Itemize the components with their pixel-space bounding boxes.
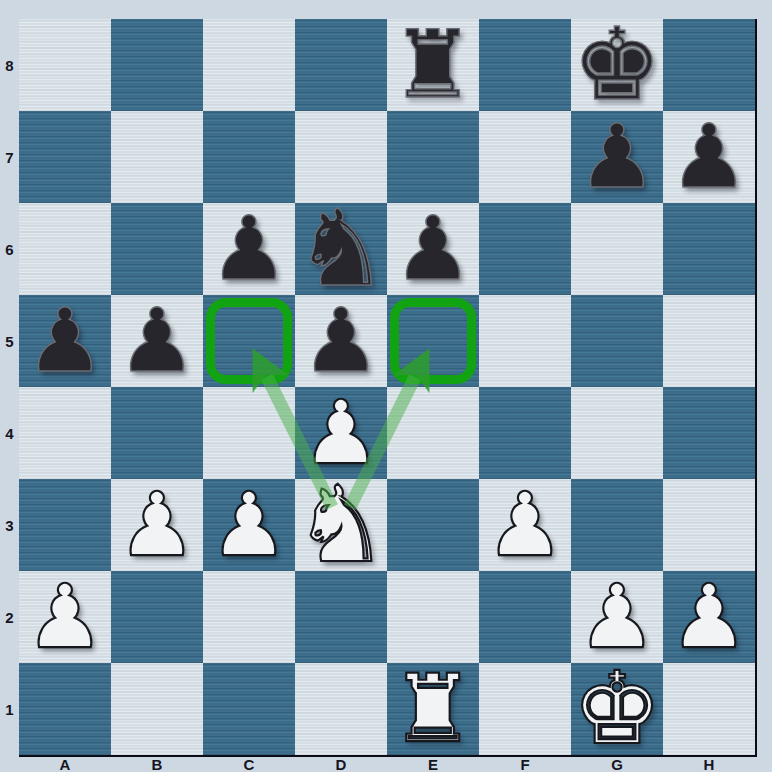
square-h6[interactable] [663, 203, 755, 295]
square-f1[interactable] [479, 663, 571, 755]
square-h7[interactable]: ♟ [663, 111, 755, 203]
square-d6[interactable]: ♞ [295, 203, 387, 295]
rank-label-8: 8 [0, 19, 19, 111]
square-f2[interactable] [479, 571, 571, 663]
square-b6[interactable] [111, 203, 203, 295]
square-f7[interactable] [479, 111, 571, 203]
square-e8[interactable]: ♜ [387, 19, 479, 111]
file-label-h: H [663, 757, 755, 772]
piece-black-knight-d6[interactable]: ♞ [295, 203, 387, 295]
square-f6[interactable] [479, 203, 571, 295]
square-b1[interactable] [111, 663, 203, 755]
square-a3[interactable] [19, 479, 111, 571]
piece-white-pawn-f3[interactable]: ♟ [479, 479, 571, 571]
file-label-b: B [111, 757, 203, 772]
piece-black-pawn-c6[interactable]: ♟ [203, 203, 295, 295]
piece-white-king-g1[interactable]: ♚ [571, 663, 663, 755]
file-label-a: A [19, 757, 111, 772]
square-b4[interactable] [111, 387, 203, 479]
square-a8[interactable] [19, 19, 111, 111]
piece-white-rook-e1[interactable]: ♜ [387, 663, 479, 755]
square-g6[interactable] [571, 203, 663, 295]
square-a2[interactable]: ♟ [19, 571, 111, 663]
square-d8[interactable] [295, 19, 387, 111]
square-b7[interactable] [111, 111, 203, 203]
square-b8[interactable] [111, 19, 203, 111]
square-e4[interactable] [387, 387, 479, 479]
square-f3[interactable]: ♟ [479, 479, 571, 571]
square-c3[interactable]: ♟ [203, 479, 295, 571]
square-c1[interactable] [203, 663, 295, 755]
square-g5[interactable] [571, 295, 663, 387]
square-a6[interactable] [19, 203, 111, 295]
rank-label-1: 1 [0, 663, 19, 755]
square-f8[interactable] [479, 19, 571, 111]
square-d3[interactable]: ♞ [295, 479, 387, 571]
square-g1[interactable]: ♚ [571, 663, 663, 755]
square-g8[interactable]: ♚ [571, 19, 663, 111]
chess-app: ♜♚♟♟♟♞♟♟♟♟♟♟♟♞♟♟♟♟♜♚ 87654321 ABCDEFGH [0, 0, 772, 772]
square-a4[interactable] [19, 387, 111, 479]
rank-label-7: 7 [0, 111, 19, 203]
square-g7[interactable]: ♟ [571, 111, 663, 203]
rank-label-5: 5 [0, 295, 19, 387]
square-b2[interactable] [111, 571, 203, 663]
square-d5[interactable]: ♟ [295, 295, 387, 387]
piece-white-pawn-b3[interactable]: ♟ [111, 479, 203, 571]
square-c6[interactable]: ♟ [203, 203, 295, 295]
rank-label-3: 3 [0, 479, 19, 571]
piece-black-pawn-a5[interactable]: ♟ [19, 295, 111, 387]
piece-black-pawn-b5[interactable]: ♟ [111, 295, 203, 387]
file-label-d: D [295, 757, 387, 772]
square-e7[interactable] [387, 111, 479, 203]
square-a1[interactable] [19, 663, 111, 755]
piece-black-pawn-h7[interactable]: ♟ [663, 111, 755, 203]
piece-black-rook-e8[interactable]: ♜ [387, 19, 479, 111]
square-c7[interactable] [203, 111, 295, 203]
square-c2[interactable] [203, 571, 295, 663]
highlight-e5 [390, 298, 476, 384]
piece-white-knight-d3[interactable]: ♞ [295, 479, 387, 571]
square-c5[interactable] [203, 295, 295, 387]
square-h4[interactable] [663, 387, 755, 479]
square-f5[interactable] [479, 295, 571, 387]
square-h3[interactable] [663, 479, 755, 571]
square-h2[interactable]: ♟ [663, 571, 755, 663]
file-label-c: C [203, 757, 295, 772]
file-label-f: F [479, 757, 571, 772]
square-e6[interactable]: ♟ [387, 203, 479, 295]
highlight-c5 [206, 298, 292, 384]
piece-black-pawn-g7[interactable]: ♟ [571, 111, 663, 203]
square-e2[interactable] [387, 571, 479, 663]
piece-black-pawn-e6[interactable]: ♟ [387, 203, 479, 295]
square-h8[interactable] [663, 19, 755, 111]
square-e5[interactable] [387, 295, 479, 387]
square-e1[interactable]: ♜ [387, 663, 479, 755]
piece-black-king-g8[interactable]: ♚ [571, 19, 663, 111]
piece-white-pawn-h2[interactable]: ♟ [663, 571, 755, 663]
square-e3[interactable] [387, 479, 479, 571]
square-g3[interactable] [571, 479, 663, 571]
square-c8[interactable] [203, 19, 295, 111]
square-c4[interactable] [203, 387, 295, 479]
rank-label-4: 4 [0, 387, 19, 479]
square-h1[interactable] [663, 663, 755, 755]
square-g4[interactable] [571, 387, 663, 479]
rank-label-6: 6 [0, 203, 19, 295]
square-b5[interactable]: ♟ [111, 295, 203, 387]
piece-white-pawn-a2[interactable]: ♟ [19, 571, 111, 663]
square-f4[interactable] [479, 387, 571, 479]
square-a7[interactable] [19, 111, 111, 203]
piece-black-pawn-d5[interactable]: ♟ [295, 295, 387, 387]
rank-label-2: 2 [0, 571, 19, 663]
piece-white-pawn-c3[interactable]: ♟ [203, 479, 295, 571]
square-a5[interactable]: ♟ [19, 295, 111, 387]
square-h5[interactable] [663, 295, 755, 387]
chess-board: ♜♚♟♟♟♞♟♟♟♟♟♟♟♞♟♟♟♟♜♚ [19, 19, 757, 757]
square-d1[interactable] [295, 663, 387, 755]
square-b3[interactable]: ♟ [111, 479, 203, 571]
